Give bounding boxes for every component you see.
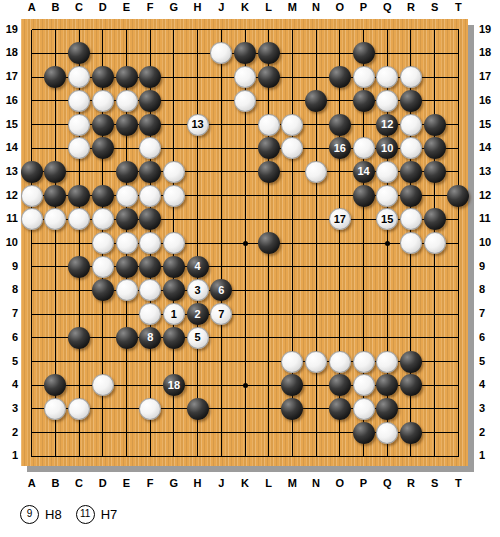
stone-black-P12[interactable]: [353, 185, 375, 207]
coord-label-top: G: [170, 1, 179, 13]
coord-label-bottom: L: [265, 477, 272, 489]
coord-label-right: 5: [479, 355, 485, 367]
stone-white-Q16[interactable]: [376, 90, 398, 112]
stone-white-G13[interactable]: [163, 161, 185, 183]
stone-black-A13[interactable]: [21, 161, 43, 183]
coord-label-left: 1: [0, 449, 18, 461]
caption-move-circle: 9: [20, 505, 39, 524]
coord-label-left: 8: [0, 283, 18, 295]
coord-label-top: S: [431, 1, 438, 13]
stone-white-N13[interactable]: [305, 161, 327, 183]
stone-black-B17[interactable]: [44, 66, 66, 88]
coord-label-bottom: D: [99, 477, 107, 489]
stone-white-K16[interactable]: [234, 90, 256, 112]
stone-black-O3[interactable]: [329, 398, 351, 420]
stone-black-P13[interactable]: 14: [353, 161, 375, 183]
caption-move-circle: 11: [76, 505, 95, 524]
stone-black-Q15[interactable]: 12: [376, 114, 398, 136]
coord-label-right: 10: [479, 236, 491, 248]
stone-white-C17[interactable]: [68, 66, 90, 88]
coord-label-right: 19: [479, 23, 491, 35]
stone-white-R17[interactable]: [400, 66, 422, 88]
coord-label-top: J: [218, 1, 224, 13]
coord-label-right: 9: [479, 260, 485, 272]
stone-black-M4[interactable]: [281, 374, 303, 396]
coord-label-left: 17: [0, 70, 18, 82]
stone-black-R13[interactable]: [400, 161, 422, 183]
coord-label-right: 14: [479, 141, 491, 153]
stone-black-H9[interactable]: 4: [187, 256, 209, 278]
grid-line: [32, 456, 460, 457]
stone-black-B13[interactable]: [44, 161, 66, 183]
coord-label-top: R: [407, 1, 415, 13]
stone-black-H3[interactable]: [187, 398, 209, 420]
stone-black-Q14[interactable]: 10: [376, 137, 398, 159]
grid-line: [32, 337, 460, 338]
stone-black-E15[interactable]: [116, 114, 138, 136]
stone-black-D8[interactable]: [92, 279, 114, 301]
stone-white-R14[interactable]: [400, 137, 422, 159]
coord-label-bottom: B: [51, 477, 59, 489]
stone-black-K18[interactable]: [234, 42, 256, 64]
grid-line: [458, 30, 459, 458]
coord-label-bottom: J: [218, 477, 224, 489]
stone-move-number: 3: [195, 285, 201, 296]
stone-black-L17[interactable]: [258, 66, 280, 88]
stone-white-E8[interactable]: [116, 279, 138, 301]
stone-white-A12[interactable]: [21, 185, 43, 207]
stone-white-M14[interactable]: [281, 137, 303, 159]
coord-label-left: 14: [0, 141, 18, 153]
coord-label-right: 2: [479, 426, 485, 438]
coord-label-bottom: F: [147, 477, 154, 489]
coord-label-right: 13: [479, 165, 491, 177]
stone-black-G9[interactable]: [163, 256, 185, 278]
go-diagram-page: 131216101417154361278518 9H811H7 AABBCCD…: [0, 0, 500, 537]
stone-move-number: 15: [381, 214, 393, 225]
stone-white-P17[interactable]: [353, 66, 375, 88]
stone-black-G6[interactable]: [163, 327, 185, 349]
coord-label-right: 4: [479, 378, 485, 390]
coord-label-top: E: [123, 1, 130, 13]
coord-label-top: H: [194, 1, 202, 13]
coord-label-top: N: [312, 1, 320, 13]
coord-label-left: 13: [0, 165, 18, 177]
stone-black-L14[interactable]: [258, 137, 280, 159]
stone-white-E16[interactable]: [116, 90, 138, 112]
stone-black-E13[interactable]: [116, 161, 138, 183]
coord-label-bottom: Q: [383, 477, 392, 489]
stone-white-C11[interactable]: [68, 208, 90, 230]
stone-black-D15[interactable]: [92, 114, 114, 136]
stone-black-S15[interactable]: [424, 114, 446, 136]
coord-label-top: P: [360, 1, 367, 13]
stone-white-K17[interactable]: [234, 66, 256, 88]
stone-black-B12[interactable]: [44, 185, 66, 207]
stone-white-F8[interactable]: [139, 279, 161, 301]
stone-move-number: 13: [191, 119, 203, 130]
stone-white-G10[interactable]: [163, 232, 185, 254]
coord-label-top: O: [336, 1, 345, 13]
stone-black-R4[interactable]: [400, 374, 422, 396]
stone-black-E6[interactable]: [116, 327, 138, 349]
stone-white-F12[interactable]: [139, 185, 161, 207]
coord-label-bottom: E: [123, 477, 130, 489]
coord-label-bottom: H: [194, 477, 202, 489]
coord-label-top: T: [455, 1, 462, 13]
stone-white-A11[interactable]: [21, 208, 43, 230]
stone-white-F10[interactable]: [139, 232, 161, 254]
coord-label-left: 18: [0, 46, 18, 58]
stone-black-S11[interactable]: [424, 208, 446, 230]
stone-move-number: 8: [147, 332, 153, 343]
coord-label-top: C: [75, 1, 83, 13]
stone-white-B3[interactable]: [44, 398, 66, 420]
move-caption: 9H811H7: [20, 503, 125, 525]
stone-black-G8[interactable]: [163, 279, 185, 301]
go-board[interactable]: 131216101417154361278518: [21, 19, 468, 466]
stone-white-R10[interactable]: [400, 232, 422, 254]
stone-black-O4[interactable]: [329, 374, 351, 396]
coord-label-left: 3: [0, 402, 18, 414]
coord-label-bottom: A: [28, 477, 36, 489]
stone-move-number: 16: [334, 143, 346, 154]
stone-white-D9[interactable]: [92, 256, 114, 278]
stone-move-number: 17: [334, 214, 346, 225]
stone-white-L15[interactable]: [258, 114, 280, 136]
coord-label-bottom: S: [431, 477, 438, 489]
stone-move-number: 2: [195, 309, 201, 320]
stone-black-R5[interactable]: [400, 351, 422, 373]
stone-black-R16[interactable]: [400, 90, 422, 112]
stone-white-F7[interactable]: [139, 303, 161, 325]
stone-white-P14[interactable]: [353, 137, 375, 159]
stone-black-R12[interactable]: [400, 185, 422, 207]
coord-label-left: 16: [0, 94, 18, 106]
stone-black-R2[interactable]: [400, 422, 422, 444]
stone-black-P2[interactable]: [353, 422, 375, 444]
stone-white-M5[interactable]: [281, 351, 303, 373]
coord-label-left: 5: [0, 355, 18, 367]
stone-white-P5[interactable]: [353, 351, 375, 373]
hoshi-point: [385, 241, 390, 246]
coord-label-left: 10: [0, 236, 18, 248]
stone-white-G12[interactable]: [163, 185, 185, 207]
hoshi-point: [243, 383, 248, 388]
stone-black-D17[interactable]: [92, 66, 114, 88]
stone-white-M15[interactable]: [281, 114, 303, 136]
stone-black-F13[interactable]: [139, 161, 161, 183]
stone-white-H15[interactable]: 13: [187, 114, 209, 136]
stone-black-E9[interactable]: [116, 256, 138, 278]
stone-white-Q12[interactable]: [376, 185, 398, 207]
coord-label-bottom: C: [75, 477, 83, 489]
stone-white-Q5[interactable]: [376, 351, 398, 373]
grid-line: [32, 314, 460, 315]
stone-white-O11[interactable]: 17: [329, 208, 351, 230]
stone-black-F17[interactable]: [139, 66, 161, 88]
coord-label-right: 17: [479, 70, 491, 82]
coord-label-bottom: N: [312, 477, 320, 489]
stone-black-J8[interactable]: 6: [210, 279, 232, 301]
stone-black-E11[interactable]: [116, 208, 138, 230]
coord-label-right: 12: [479, 189, 491, 201]
stone-white-D11[interactable]: [92, 208, 114, 230]
stone-move-number: 10: [381, 143, 393, 154]
stone-black-O15[interactable]: [329, 114, 351, 136]
stone-white-E10[interactable]: [116, 232, 138, 254]
stone-move-number: 1: [171, 309, 177, 320]
stone-black-C18[interactable]: [68, 42, 90, 64]
coord-label-top: L: [265, 1, 272, 13]
stone-white-F14[interactable]: [139, 137, 161, 159]
coord-label-right: 15: [479, 118, 491, 130]
coord-label-bottom: O: [336, 477, 345, 489]
stone-white-J7[interactable]: 7: [210, 303, 232, 325]
coord-label-top: A: [28, 1, 36, 13]
coord-label-top: M: [288, 1, 297, 13]
coord-label-top: Q: [383, 1, 392, 13]
coord-label-top: F: [147, 1, 154, 13]
coord-label-bottom: K: [241, 477, 249, 489]
stone-white-F3[interactable]: [139, 398, 161, 420]
stone-black-H7[interactable]: 2: [187, 303, 209, 325]
stone-black-B4[interactable]: [44, 374, 66, 396]
coord-label-top: D: [99, 1, 107, 13]
stone-black-C12[interactable]: [68, 185, 90, 207]
stone-black-D12[interactable]: [92, 185, 114, 207]
stone-black-G4[interactable]: 18: [163, 374, 185, 396]
stone-white-J18[interactable]: [210, 42, 232, 64]
caption-move-point: H8: [45, 507, 62, 522]
stone-black-F6[interactable]: 8: [139, 327, 161, 349]
coord-label-top: K: [241, 1, 249, 13]
stone-white-P4[interactable]: [353, 374, 375, 396]
stone-white-O5[interactable]: [329, 351, 351, 373]
coord-label-bottom: M: [288, 477, 297, 489]
stone-black-F11[interactable]: [139, 208, 161, 230]
coord-label-left: 4: [0, 378, 18, 390]
stone-white-S10[interactable]: [424, 232, 446, 254]
stone-move-number: 14: [357, 166, 369, 177]
coord-label-right: 11: [479, 212, 491, 224]
coord-label-right: 18: [479, 46, 491, 58]
stone-black-F15[interactable]: [139, 114, 161, 136]
stone-black-P18[interactable]: [353, 42, 375, 64]
stone-white-H6[interactable]: 5: [187, 327, 209, 349]
stone-white-C16[interactable]: [68, 90, 90, 112]
stone-white-D10[interactable]: [92, 232, 114, 254]
stone-black-N16[interactable]: [305, 90, 327, 112]
stone-white-C15[interactable]: [68, 114, 90, 136]
stone-white-H8[interactable]: 3: [187, 279, 209, 301]
stone-black-P16[interactable]: [353, 90, 375, 112]
coord-label-right: 16: [479, 94, 491, 106]
stone-move-number: 7: [218, 309, 224, 320]
coord-label-left: 7: [0, 307, 18, 319]
stone-black-L18[interactable]: [258, 42, 280, 64]
stone-black-Q4[interactable]: [376, 374, 398, 396]
stone-white-N5[interactable]: [305, 351, 327, 373]
coord-label-right: 1: [479, 449, 485, 461]
stone-black-O14[interactable]: 16: [329, 137, 351, 159]
stone-white-R11[interactable]: [400, 208, 422, 230]
coord-label-right: 3: [479, 402, 485, 414]
caption-move-point: H7: [101, 507, 118, 522]
stone-white-E12[interactable]: [116, 185, 138, 207]
stone-black-F16[interactable]: [139, 90, 161, 112]
stone-move-number: 5: [195, 332, 201, 343]
coord-label-left: 6: [0, 331, 18, 343]
stone-white-R15[interactable]: [400, 114, 422, 136]
coord-label-bottom: G: [170, 477, 179, 489]
stone-white-D16[interactable]: [92, 90, 114, 112]
stone-move-number: 4: [195, 261, 201, 272]
coord-label-right: 6: [479, 331, 485, 343]
stone-move-number: 12: [381, 119, 393, 130]
stone-black-T12[interactable]: [447, 185, 469, 207]
coord-label-bottom: T: [455, 477, 462, 489]
coord-label-left: 9: [0, 260, 18, 272]
coord-label-left: 15: [0, 118, 18, 130]
hoshi-point: [243, 241, 248, 246]
stone-white-D4[interactable]: [92, 374, 114, 396]
coord-label-left: 12: [0, 189, 18, 201]
stone-white-G7[interactable]: 1: [163, 303, 185, 325]
coord-label-left: 2: [0, 426, 18, 438]
coord-label-left: 19: [0, 23, 18, 35]
stone-move-number: 18: [168, 380, 180, 391]
stone-black-L10[interactable]: [258, 232, 280, 254]
stone-white-B11[interactable]: [44, 208, 66, 230]
stone-black-S14[interactable]: [424, 137, 446, 159]
stone-black-O17[interactable]: [329, 66, 351, 88]
stone-black-D14[interactable]: [92, 137, 114, 159]
coord-label-right: 8: [479, 283, 485, 295]
stone-move-number: 6: [218, 285, 224, 296]
stone-black-E17[interactable]: [116, 66, 138, 88]
coord-label-left: 11: [0, 212, 18, 224]
coord-label-top: B: [51, 1, 59, 13]
stone-black-Q3[interactable]: [376, 398, 398, 420]
stone-black-F9[interactable]: [139, 256, 161, 278]
coord-label-bottom: R: [407, 477, 415, 489]
stone-white-C3[interactable]: [68, 398, 90, 420]
stone-white-Q11[interactable]: 15: [376, 208, 398, 230]
stone-black-C6[interactable]: [68, 327, 90, 349]
stone-black-L13[interactable]: [258, 161, 280, 183]
coord-label-right: 7: [479, 307, 485, 319]
stone-white-Q17[interactable]: [376, 66, 398, 88]
stone-white-P3[interactable]: [353, 398, 375, 420]
stone-black-C9[interactable]: [68, 256, 90, 278]
stone-white-C14[interactable]: [68, 137, 90, 159]
stone-white-Q2[interactable]: [376, 422, 398, 444]
stone-white-Q13[interactable]: [376, 161, 398, 183]
coord-label-bottom: P: [360, 477, 367, 489]
stone-black-S13[interactable]: [424, 161, 446, 183]
stone-black-M3[interactable]: [281, 398, 303, 420]
